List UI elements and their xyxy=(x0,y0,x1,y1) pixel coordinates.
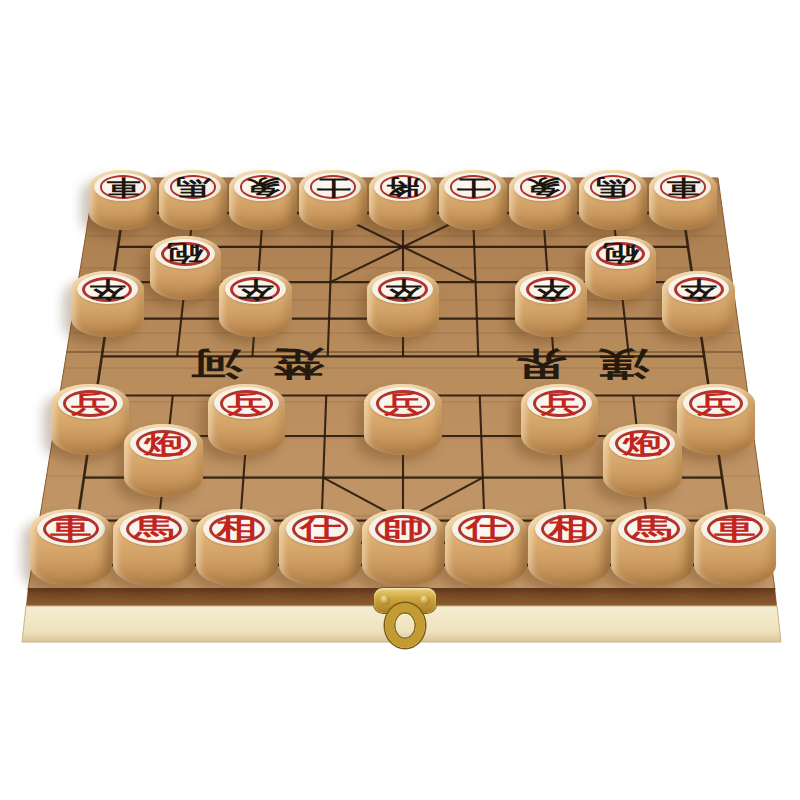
piece-ring: 馬 xyxy=(590,175,637,198)
piece-face: 卒 xyxy=(77,274,138,305)
piece-character: 仕 xyxy=(465,516,506,542)
piece-body: 車 xyxy=(649,170,717,230)
piece-ring: 兵 xyxy=(220,390,273,417)
piece-character: 象 xyxy=(246,176,280,197)
piece-character: 炮 xyxy=(144,432,184,457)
piece-character: 馬 xyxy=(176,176,210,197)
piece-black-將-f4r0[interactable]: 將 xyxy=(369,170,437,230)
piece-red-相-f2r9[interactable]: 相 xyxy=(196,509,278,586)
piece-face: 車 xyxy=(701,512,770,546)
piece-black-馬-f7r0[interactable]: 馬 xyxy=(579,170,647,230)
piece-black-卒-f4r3[interactable]: 卒 xyxy=(367,271,440,337)
piece-face: 砲 xyxy=(155,239,215,269)
piece-face: 士 xyxy=(304,173,361,202)
piece-ring: 兵 xyxy=(376,390,429,417)
piece-character: 卒 xyxy=(89,278,126,301)
piece-ring: 砲 xyxy=(596,242,645,267)
piece-ring: 相 xyxy=(541,515,597,543)
piece-body: 卒 xyxy=(71,271,144,337)
piece-body: 車 xyxy=(89,170,157,230)
piece-character: 卒 xyxy=(385,278,422,301)
piece-face: 相 xyxy=(535,512,604,546)
piece-body: 相 xyxy=(196,509,278,586)
piece-character: 車 xyxy=(50,516,91,542)
piece-body: 兵 xyxy=(364,384,441,455)
piece-character: 象 xyxy=(526,176,560,197)
piece-face: 兵 xyxy=(214,387,279,420)
piece-body: 馬 xyxy=(113,509,195,586)
piece-character: 卒 xyxy=(533,278,570,301)
piece-red-車-f0r9[interactable]: 車 xyxy=(30,509,112,586)
piece-black-卒-f6r3[interactable]: 卒 xyxy=(515,271,588,337)
piece-body: 兵 xyxy=(521,384,598,455)
piece-black-象-f2r0[interactable]: 象 xyxy=(229,170,297,230)
piece-red-相-f6r9[interactable]: 相 xyxy=(528,509,610,586)
piece-ring: 帥 xyxy=(375,515,431,543)
piece-body: 兵 xyxy=(51,384,128,455)
piece-body: 相 xyxy=(528,509,610,586)
piece-red-馬-f1r9[interactable]: 馬 xyxy=(113,509,195,586)
piece-face: 卒 xyxy=(372,274,433,305)
screw-icon xyxy=(420,595,430,605)
piece-red-兵-f2r6[interactable]: 兵 xyxy=(208,384,285,455)
piece-character: 車 xyxy=(106,176,140,197)
piece-body: 卒 xyxy=(219,271,292,337)
piece-face: 兵 xyxy=(58,387,123,420)
piece-face: 砲 xyxy=(591,239,651,269)
piece-face: 卒 xyxy=(668,274,729,305)
piece-body: 象 xyxy=(509,170,577,230)
piece-red-車-f8r9[interactable]: 車 xyxy=(694,509,776,586)
piece-ring: 馬 xyxy=(126,515,182,543)
piece-face: 將 xyxy=(374,173,431,202)
piece-ring: 仕 xyxy=(458,515,514,543)
latch-loop xyxy=(385,603,425,648)
piece-ring: 車 xyxy=(660,175,707,198)
piece-black-卒-f8r3[interactable]: 卒 xyxy=(662,271,735,337)
piece-red-馬-f7r9[interactable]: 馬 xyxy=(611,509,693,586)
piece-body: 馬 xyxy=(611,509,693,586)
piece-body: 馬 xyxy=(159,170,227,230)
piece-body: 卒 xyxy=(662,271,735,337)
piece-character: 相 xyxy=(216,516,257,542)
piece-ring: 兵 xyxy=(533,390,586,417)
piece-face: 卒 xyxy=(520,274,581,305)
piece-face: 馬 xyxy=(120,512,189,546)
piece-ring: 象 xyxy=(240,175,287,198)
piece-face: 炮 xyxy=(130,427,196,460)
piece-face: 車 xyxy=(654,173,711,202)
piece-red-仕-f5r9[interactable]: 仕 xyxy=(445,509,527,586)
piece-body: 卒 xyxy=(367,271,440,337)
piece-body: 車 xyxy=(694,509,776,586)
piece-ring: 士 xyxy=(450,175,497,198)
piece-character: 將 xyxy=(386,176,420,197)
piece-face: 兵 xyxy=(527,387,592,420)
piece-character: 炮 xyxy=(622,432,662,457)
piece-black-士-f3r0[interactable]: 士 xyxy=(299,170,367,230)
piece-ring: 炮 xyxy=(136,430,190,457)
piece-body: 砲 xyxy=(150,236,221,300)
piece-red-兵-f4r6[interactable]: 兵 xyxy=(364,384,441,455)
piece-red-兵-f6r6[interactable]: 兵 xyxy=(521,384,598,455)
piece-ring: 砲 xyxy=(161,242,210,267)
piece-ring: 馬 xyxy=(624,515,680,543)
piece-face: 卒 xyxy=(225,274,286,305)
piece-character: 兵 xyxy=(383,391,422,415)
piece-face: 帥 xyxy=(369,512,438,546)
piece-character: 兵 xyxy=(71,391,110,415)
piece-red-兵-f8r6[interactable]: 兵 xyxy=(677,384,754,455)
piece-body: 兵 xyxy=(208,384,285,455)
piece-character: 卒 xyxy=(680,278,717,301)
piece-black-砲-f7r2[interactable]: 砲 xyxy=(585,236,656,300)
piece-ring: 馬 xyxy=(170,175,217,198)
piece-character: 相 xyxy=(548,516,589,542)
piece-ring: 炮 xyxy=(615,430,669,457)
piece-face: 車 xyxy=(94,173,151,202)
piece-ring: 卒 xyxy=(674,277,724,302)
piece-body: 車 xyxy=(30,509,112,586)
piece-ring: 車 xyxy=(707,515,763,543)
piece-character: 帥 xyxy=(382,516,423,542)
piece-body: 士 xyxy=(439,170,507,230)
piece-face: 馬 xyxy=(164,173,221,202)
piece-red-炮-f1r7[interactable]: 炮 xyxy=(124,424,203,497)
piece-body: 馬 xyxy=(579,170,647,230)
piece-body: 將 xyxy=(369,170,437,230)
piece-character: 砲 xyxy=(603,243,639,265)
piece-black-車-f0r0[interactable]: 車 xyxy=(89,170,157,230)
piece-body: 卒 xyxy=(515,271,588,337)
piece-black-卒-f0r3[interactable]: 卒 xyxy=(71,271,144,337)
piece-black-象-f6r0[interactable]: 象 xyxy=(509,170,577,230)
piece-ring: 卒 xyxy=(526,277,576,302)
piece-ring: 卒 xyxy=(230,277,280,302)
piece-face: 象 xyxy=(234,173,291,202)
piece-ring: 兵 xyxy=(63,390,116,417)
piece-character: 卒 xyxy=(237,278,274,301)
piece-body: 炮 xyxy=(603,424,682,497)
piece-character: 兵 xyxy=(696,391,735,415)
xiangqi-product-photo: 楚河 漢界 車馬象士將士象馬車砲砲卒卒卒卒卒兵兵兵兵兵炮炮車馬相仕帥仕相馬車 xyxy=(0,0,800,800)
piece-character: 馬 xyxy=(133,516,174,542)
piece-face: 象 xyxy=(514,173,571,202)
piece-body: 仕 xyxy=(279,509,361,586)
piece-red-帥-f4r9[interactable]: 帥 xyxy=(362,509,444,586)
piece-character: 士 xyxy=(316,176,350,197)
piece-ring: 將 xyxy=(380,175,427,198)
piece-face: 馬 xyxy=(584,173,641,202)
piece-black-馬-f1r0[interactable]: 馬 xyxy=(159,170,227,230)
screw-icon xyxy=(380,595,390,605)
piece-body: 砲 xyxy=(585,236,656,300)
piece-face: 兵 xyxy=(683,387,748,420)
piece-red-仕-f3r9[interactable]: 仕 xyxy=(279,509,361,586)
river-label-chu-he: 楚河 xyxy=(161,348,325,380)
piece-black-砲-f1r2[interactable]: 砲 xyxy=(150,236,221,300)
piece-face: 仕 xyxy=(452,512,521,546)
piece-character: 仕 xyxy=(299,516,340,542)
piece-face: 炮 xyxy=(609,427,675,460)
piece-body: 帥 xyxy=(362,509,444,586)
piece-black-卒-f2r3[interactable]: 卒 xyxy=(219,271,292,337)
piece-black-士-f5r0[interactable]: 士 xyxy=(439,170,507,230)
piece-ring: 卒 xyxy=(378,277,428,302)
piece-face: 馬 xyxy=(618,512,687,546)
piece-body: 兵 xyxy=(677,384,754,455)
piece-face: 士 xyxy=(444,173,501,202)
piece-red-兵-f0r6[interactable]: 兵 xyxy=(51,384,128,455)
river-label-han-jie: 漢界 xyxy=(485,348,649,380)
piece-ring: 相 xyxy=(209,515,265,543)
piece-face: 兵 xyxy=(370,387,435,420)
piece-character: 車 xyxy=(714,516,755,542)
piece-body: 炮 xyxy=(124,424,203,497)
piece-character: 馬 xyxy=(596,176,630,197)
piece-character: 馬 xyxy=(631,516,672,542)
piece-ring: 車 xyxy=(43,515,99,543)
piece-character: 兵 xyxy=(227,391,266,415)
piece-character: 兵 xyxy=(540,391,579,415)
piece-character: 砲 xyxy=(167,243,203,265)
piece-body: 士 xyxy=(299,170,367,230)
piece-ring: 車 xyxy=(100,175,147,198)
piece-character: 士 xyxy=(456,176,490,197)
piece-ring: 象 xyxy=(520,175,567,198)
piece-ring: 兵 xyxy=(689,390,742,417)
piece-black-車-f8r0[interactable]: 車 xyxy=(649,170,717,230)
piece-ring: 士 xyxy=(310,175,357,198)
piece-ring: 卒 xyxy=(82,277,132,302)
piece-red-炮-f7r7[interactable]: 炮 xyxy=(603,424,682,497)
piece-body: 象 xyxy=(229,170,297,230)
piece-face: 車 xyxy=(37,512,106,546)
piece-face: 仕 xyxy=(286,512,355,546)
piece-body: 仕 xyxy=(445,509,527,586)
piece-character: 車 xyxy=(666,176,700,197)
piece-ring: 仕 xyxy=(292,515,348,543)
piece-face: 相 xyxy=(203,512,272,546)
